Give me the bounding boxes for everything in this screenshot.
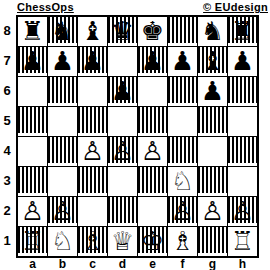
rank-label-8: 8 bbox=[0, 16, 14, 46]
square-g7[interactable]: ♝ bbox=[198, 47, 227, 76]
piece-black-pawn-d6[interactable]: ♟ bbox=[111, 77, 134, 106]
file-label-h: h bbox=[228, 258, 257, 270]
piece-white-rook-h1[interactable]: ♖ bbox=[231, 227, 254, 256]
piece-black-king-e8[interactable]: ♚ bbox=[141, 17, 164, 46]
square-a3[interactable] bbox=[18, 167, 47, 196]
piece-black-knight-b8[interactable]: ♞ bbox=[51, 17, 74, 46]
piece-black-pawn-g6[interactable]: ♟ bbox=[201, 77, 224, 106]
square-b6[interactable] bbox=[48, 77, 77, 106]
square-g5[interactable] bbox=[198, 107, 227, 136]
file-label-c: c bbox=[78, 258, 107, 270]
square-a5[interactable] bbox=[18, 107, 47, 136]
square-c8[interactable]: ♝ bbox=[78, 17, 107, 46]
square-e8[interactable]: ♚ bbox=[138, 17, 167, 46]
rank-label-4: 4 bbox=[0, 136, 14, 166]
piece-white-king-e1[interactable]: ♔ bbox=[141, 227, 164, 256]
rank-label-1: 1 bbox=[0, 226, 14, 256]
square-e1[interactable]: ♔ bbox=[138, 227, 167, 256]
file-label-a: a bbox=[18, 258, 47, 270]
piece-white-pawn-f2[interactable]: ♙ bbox=[171, 197, 194, 226]
square-d3[interactable] bbox=[108, 167, 137, 196]
piece-white-pawn-c4[interactable]: ♙ bbox=[81, 137, 104, 166]
square-f2[interactable]: ♙ bbox=[168, 197, 197, 226]
piece-black-knight-g8[interactable]: ♞ bbox=[201, 17, 224, 46]
square-e2[interactable] bbox=[138, 197, 167, 226]
file-label-g: g bbox=[198, 258, 227, 270]
rank-label-7: 7 bbox=[0, 46, 14, 76]
square-h2[interactable]: ♙ bbox=[228, 197, 257, 226]
square-d7[interactable] bbox=[108, 47, 137, 76]
file-label-d: d bbox=[108, 258, 137, 270]
square-h8[interactable]: ♜ bbox=[228, 17, 257, 46]
square-g3[interactable] bbox=[198, 167, 227, 196]
piece-black-bishop-c8[interactable]: ♝ bbox=[81, 17, 104, 46]
square-b5[interactable] bbox=[48, 107, 77, 136]
square-h1[interactable]: ♖ bbox=[228, 227, 257, 256]
piece-white-pawn-g2[interactable]: ♙ bbox=[201, 197, 224, 226]
file-label-e: e bbox=[138, 258, 167, 270]
square-c5[interactable] bbox=[78, 107, 107, 136]
piece-black-pawn-b7[interactable]: ♟ bbox=[51, 47, 74, 76]
square-d2[interactable] bbox=[108, 197, 137, 226]
piece-white-queen-d1[interactable]: ♕ bbox=[111, 227, 134, 256]
square-d1[interactable]: ♕ bbox=[108, 227, 137, 256]
square-h7[interactable]: ♟ bbox=[228, 47, 257, 76]
square-a6[interactable] bbox=[18, 77, 47, 106]
square-c7[interactable]: ♟ bbox=[78, 47, 107, 76]
square-f7[interactable]: ♟ bbox=[168, 47, 197, 76]
piece-black-pawn-a7[interactable]: ♟ bbox=[21, 47, 44, 76]
square-e6[interactable] bbox=[138, 77, 167, 106]
square-g4[interactable] bbox=[198, 137, 227, 166]
piece-black-pawn-h7[interactable]: ♟ bbox=[231, 47, 254, 76]
piece-white-pawn-a2[interactable]: ♙ bbox=[21, 197, 44, 226]
square-f8[interactable] bbox=[168, 17, 197, 46]
piece-white-pawn-d4[interactable]: ♙ bbox=[111, 137, 134, 166]
square-h3[interactable] bbox=[228, 167, 257, 196]
square-f3[interactable]: ♘ bbox=[168, 167, 197, 196]
square-e4[interactable]: ♙ bbox=[138, 137, 167, 166]
piece-black-rook-a8[interactable]: ♜ bbox=[21, 17, 44, 46]
square-e3[interactable] bbox=[138, 167, 167, 196]
square-d4[interactable]: ♙ bbox=[108, 137, 137, 166]
square-g8[interactable]: ♞ bbox=[198, 17, 227, 46]
piece-black-pawn-c7[interactable]: ♟ bbox=[81, 47, 104, 76]
square-h5[interactable] bbox=[228, 107, 257, 136]
square-e7[interactable]: ♟ bbox=[138, 47, 167, 76]
piece-white-knight-b1[interactable]: ♘ bbox=[51, 227, 74, 256]
piece-black-rook-h8[interactable]: ♜ bbox=[231, 17, 254, 46]
square-c6[interactable] bbox=[78, 77, 107, 106]
square-c2[interactable] bbox=[78, 197, 107, 226]
square-f1[interactable]: ♗ bbox=[168, 227, 197, 256]
piece-black-pawn-e7[interactable]: ♟ bbox=[141, 47, 164, 76]
square-a1[interactable]: ♖ bbox=[18, 227, 47, 256]
square-f5[interactable] bbox=[168, 107, 197, 136]
piece-black-pawn-f7[interactable]: ♟ bbox=[171, 47, 194, 76]
piece-white-bishop-f1[interactable]: ♗ bbox=[171, 227, 194, 256]
piece-white-pawn-h2[interactable]: ♙ bbox=[231, 197, 254, 226]
square-c3[interactable] bbox=[78, 167, 107, 196]
chessops-title-link[interactable]: ChessOps bbox=[17, 1, 74, 13]
square-f4[interactable] bbox=[168, 137, 197, 166]
square-a7[interactable]: ♟ bbox=[18, 47, 47, 76]
piece-black-bishop-g7[interactable]: ♝ bbox=[201, 47, 224, 76]
square-g6[interactable]: ♟ bbox=[198, 77, 227, 106]
eudesign-credit-link[interactable]: © EUdesign bbox=[203, 1, 268, 13]
piece-white-knight-f3[interactable]: ♘ bbox=[171, 167, 194, 196]
square-g2[interactable]: ♙ bbox=[198, 197, 227, 226]
square-h6[interactable] bbox=[228, 77, 257, 106]
file-label-b: b bbox=[48, 258, 77, 270]
square-a2[interactable]: ♙ bbox=[18, 197, 47, 226]
square-a4[interactable] bbox=[18, 137, 47, 166]
square-c1[interactable]: ♗ bbox=[78, 227, 107, 256]
rank-label-2: 2 bbox=[0, 196, 14, 226]
square-b7[interactable]: ♟ bbox=[48, 47, 77, 76]
piece-white-rook-a1[interactable]: ♖ bbox=[21, 227, 44, 256]
chess-board: ♜♞♝♛♚♞♜♟♟♟♟♟♝♟♟♟♙♙♙♘♙♙♙♙♙♖♘♗♕♔♗♖ bbox=[16, 15, 259, 258]
square-d5[interactable] bbox=[108, 107, 137, 136]
square-a8[interactable]: ♜ bbox=[18, 17, 47, 46]
piece-white-bishop-c1[interactable]: ♗ bbox=[81, 227, 104, 256]
piece-black-queen-d8[interactable]: ♛ bbox=[111, 17, 134, 46]
square-d8[interactable]: ♛ bbox=[108, 17, 137, 46]
square-b2[interactable]: ♙ bbox=[48, 197, 77, 226]
square-b8[interactable]: ♞ bbox=[48, 17, 77, 46]
square-f6[interactable] bbox=[168, 77, 197, 106]
square-b4[interactable] bbox=[48, 137, 77, 166]
square-g1[interactable] bbox=[198, 227, 227, 256]
square-c4[interactable]: ♙ bbox=[78, 137, 107, 166]
piece-white-pawn-e4[interactable]: ♙ bbox=[141, 137, 164, 166]
rank-label-3: 3 bbox=[0, 166, 14, 196]
square-b3[interactable] bbox=[48, 167, 77, 196]
piece-white-pawn-b2[interactable]: ♙ bbox=[51, 197, 74, 226]
square-e5[interactable] bbox=[138, 107, 167, 136]
file-label-f: f bbox=[168, 258, 197, 270]
rank-label-6: 6 bbox=[0, 76, 14, 106]
square-b1[interactable]: ♘ bbox=[48, 227, 77, 256]
rank-label-5: 5 bbox=[0, 106, 14, 136]
square-h4[interactable] bbox=[228, 137, 257, 166]
square-d6[interactable]: ♟ bbox=[108, 77, 137, 106]
